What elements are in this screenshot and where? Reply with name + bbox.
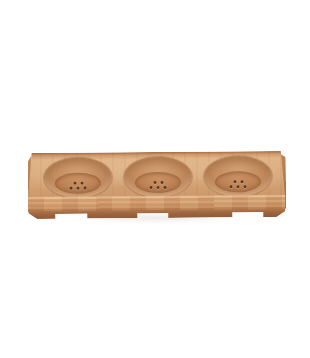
hole-row-2: [230, 186, 247, 189]
pit-hole-icon: [73, 182, 76, 185]
hole-row-2: [70, 187, 87, 190]
pit-hole-icon: [230, 186, 233, 189]
pit-inner-depression: [55, 172, 101, 193]
pit-hole-icon: [84, 187, 87, 190]
pit-inner-depression: [135, 172, 181, 193]
pit-hole-icon: [80, 182, 83, 185]
pit-cell-3[interactable]: [198, 155, 278, 198]
pit-hole-icon: [153, 181, 156, 184]
pit-cell-1[interactable]: [38, 156, 118, 199]
pit-inner-depression: [215, 171, 261, 192]
pit-hole-icon: [244, 186, 247, 189]
hole-row-1: [153, 181, 163, 184]
board-top-surface: [28, 151, 285, 198]
hole-row-2: [150, 186, 167, 189]
pit-hole-icon: [157, 186, 160, 189]
pit-bowl: [44, 157, 112, 198]
product-photo-scene: [0, 0, 310, 358]
pit-hole-icon: [233, 181, 236, 184]
pit-grid: [28, 155, 295, 199]
pit-hole-icon: [237, 186, 240, 189]
pit-drain-holes: [229, 181, 246, 189]
hole-row-1: [233, 181, 243, 184]
pit-hole-icon: [77, 187, 80, 190]
pit-bowl: [204, 156, 272, 197]
pit-hole-icon: [240, 181, 243, 184]
pit-drain-holes: [69, 182, 86, 190]
pit-hole-icon: [70, 187, 73, 190]
pit-drain-holes: [149, 181, 166, 189]
pit-hole-icon: [160, 181, 163, 184]
pit-hole-icon: [164, 186, 167, 189]
mancala-board: [28, 151, 286, 219]
hole-row-1: [73, 182, 83, 185]
pit-hole-icon: [150, 186, 153, 189]
pit-bowl: [124, 157, 192, 198]
pit-cell-2[interactable]: [118, 156, 198, 199]
